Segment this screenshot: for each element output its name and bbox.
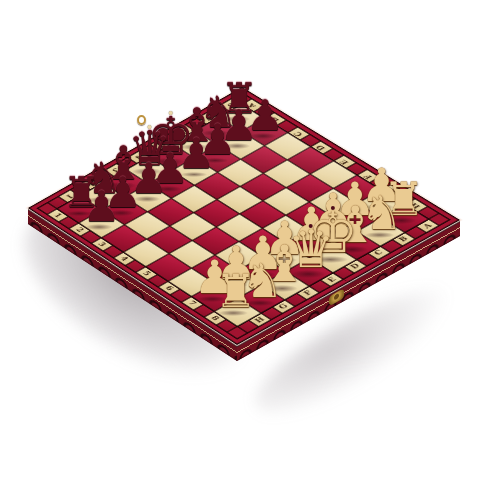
file-cell-F-label: F [363,173,374,180]
file-cell-E-label: E [326,276,338,283]
file-cell-A-label: A [247,102,258,109]
rank-cell-3-label: 3 [97,241,108,247]
file-cell-B-label: B [397,236,409,243]
chess-set-scene: Three-quarter overhead product photo of … [0,0,480,479]
contrast-finial [148,125,152,129]
file-cell-E-label: E [339,158,351,165]
contrast-finial [169,111,173,115]
rank-cell-1-label: 1 [53,212,64,218]
rank-cell-7-label: 7 [187,300,198,307]
file-cell-C-label: C [373,249,385,256]
brass-hinge-ring [137,115,146,125]
file-cell-C-label: C [293,130,305,137]
file-cell-D-label: D [349,263,361,270]
rank-cell-6-label: 6 [164,285,175,292]
rank-cell-2-label: 2 [74,227,85,233]
rank-cell-8-label: 8 [210,315,221,322]
chess-board: ABCDEFGH 12345678 87654321 ABCDEFGH [28,87,460,345]
file-cell-G-label: G [278,303,290,310]
file-cell-H-label: H [253,316,266,324]
rank-cell-4-label: 4 [119,256,130,263]
file-cell-F-label: F [302,290,313,297]
file-cell-A-label: A [421,222,433,229]
rank-cell-5-label: 5 [141,270,152,277]
